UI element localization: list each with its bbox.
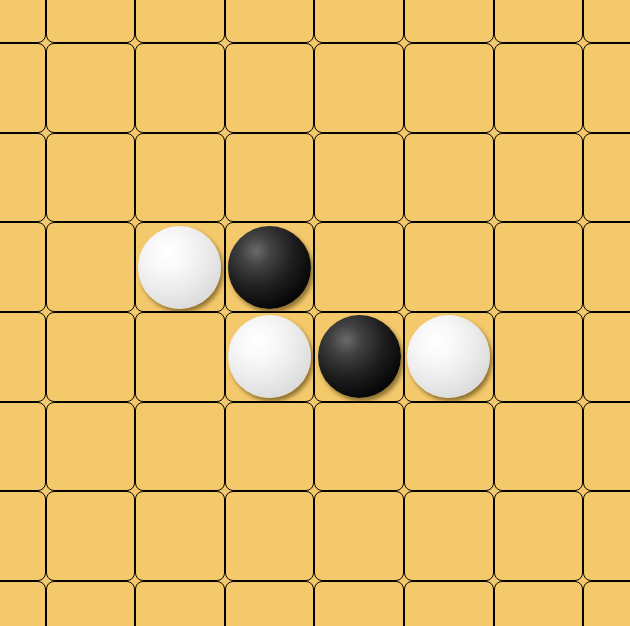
board-cell[interactable] — [494, 402, 584, 492]
board-cell[interactable] — [314, 0, 404, 43]
board-cell[interactable] — [314, 581, 404, 626]
board-cell[interactable] — [494, 133, 584, 223]
board-cell[interactable] — [0, 0, 46, 43]
board-cell[interactable] — [135, 0, 225, 43]
board-cell[interactable] — [0, 491, 46, 581]
board-cell[interactable] — [583, 402, 630, 492]
board-cell[interactable] — [135, 581, 225, 626]
white-stone — [407, 315, 490, 398]
board-cell[interactable] — [404, 133, 494, 223]
board-cell[interactable] — [583, 133, 630, 223]
board-cell[interactable] — [494, 43, 584, 133]
board-cell[interactable] — [225, 312, 315, 402]
board-cell[interactable] — [404, 312, 494, 402]
board-cell[interactable] — [225, 43, 315, 133]
board-cell[interactable] — [494, 222, 584, 312]
board-cell[interactable] — [0, 43, 46, 133]
board-viewport — [0, 0, 630, 626]
black-stone — [228, 226, 311, 309]
board-cell[interactable] — [494, 312, 584, 402]
board-cell[interactable] — [135, 222, 225, 312]
white-stone — [228, 315, 311, 398]
board-cell[interactable] — [135, 133, 225, 223]
board-cell[interactable] — [583, 491, 630, 581]
board-cell[interactable] — [314, 312, 404, 402]
board-cell[interactable] — [314, 222, 404, 312]
board-cell[interactable] — [583, 581, 630, 626]
board-cell[interactable] — [404, 402, 494, 492]
board-cell[interactable] — [583, 222, 630, 312]
board-cell[interactable] — [494, 491, 584, 581]
board-cell[interactable] — [225, 0, 315, 43]
board-cell[interactable] — [404, 0, 494, 43]
board-cell[interactable] — [404, 491, 494, 581]
board-cell[interactable] — [135, 312, 225, 402]
board-cell[interactable] — [404, 43, 494, 133]
board-cell[interactable] — [404, 581, 494, 626]
board-cell[interactable] — [0, 133, 46, 223]
board-cell[interactable] — [225, 133, 315, 223]
board-cell[interactable] — [46, 491, 136, 581]
board-cell[interactable] — [314, 491, 404, 581]
board-cell[interactable] — [225, 402, 315, 492]
board-cell[interactable] — [0, 312, 46, 402]
board-cell[interactable] — [135, 43, 225, 133]
board-cell[interactable] — [0, 581, 46, 626]
board-cell[interactable] — [46, 402, 136, 492]
board-cell[interactable] — [46, 222, 136, 312]
white-stone — [138, 226, 221, 309]
board-cell[interactable] — [46, 581, 136, 626]
game-board — [0, 0, 630, 626]
board-cell[interactable] — [314, 133, 404, 223]
board-cell[interactable] — [494, 0, 584, 43]
board-cell[interactable] — [0, 222, 46, 312]
board-cell[interactable] — [583, 0, 630, 43]
board-cell[interactable] — [135, 491, 225, 581]
board-cell[interactable] — [404, 222, 494, 312]
board-cell[interactable] — [583, 43, 630, 133]
board-cell[interactable] — [0, 402, 46, 492]
board-cell[interactable] — [46, 0, 136, 43]
board-cell[interactable] — [225, 491, 315, 581]
board-cell[interactable] — [46, 312, 136, 402]
board-cell[interactable] — [135, 402, 225, 492]
black-stone — [318, 315, 401, 398]
board-cell[interactable] — [225, 222, 315, 312]
board-cell[interactable] — [46, 133, 136, 223]
board-cell[interactable] — [583, 312, 630, 402]
board-cell[interactable] — [314, 43, 404, 133]
board-cell[interactable] — [494, 581, 584, 626]
board-cell[interactable] — [225, 581, 315, 626]
board-cell[interactable] — [314, 402, 404, 492]
board-cell[interactable] — [46, 43, 136, 133]
